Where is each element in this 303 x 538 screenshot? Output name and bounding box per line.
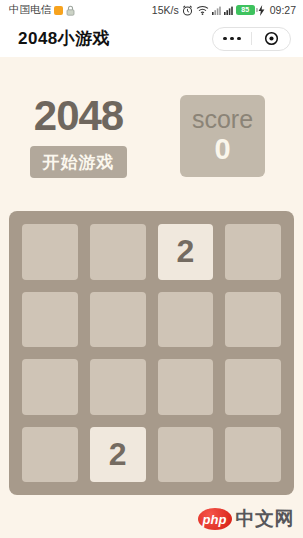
exit-target-icon bbox=[264, 31, 279, 46]
game-title: 2048 bbox=[34, 95, 123, 137]
score-box: score 0 bbox=[180, 95, 265, 177]
cell-r2c3-empty bbox=[158, 292, 214, 348]
watermark: php 中文网 bbox=[198, 506, 295, 532]
signal-sim2-icon bbox=[224, 5, 233, 15]
signal-sim1-icon bbox=[212, 5, 221, 15]
carrier-label: 中国电信 bbox=[9, 3, 51, 17]
score-label: score bbox=[192, 106, 253, 134]
cell-r2c2-empty bbox=[90, 292, 146, 348]
cell-r1c3-tile-2: 2 bbox=[158, 224, 214, 280]
nav-bar: 2048小游戏 bbox=[0, 20, 303, 57]
page-title: 2048小游戏 bbox=[18, 27, 110, 50]
more-menu-button[interactable] bbox=[213, 28, 251, 50]
board[interactable]: 22 bbox=[9, 211, 294, 495]
cell-r4c3-empty bbox=[158, 427, 214, 483]
carrier-badge-icon bbox=[54, 6, 63, 15]
miniprogram-capsule bbox=[212, 27, 291, 51]
cell-r3c2-empty bbox=[90, 359, 146, 415]
cell-r1c2-empty bbox=[90, 224, 146, 280]
score-value: 0 bbox=[214, 134, 230, 166]
wifi-icon bbox=[196, 5, 209, 15]
lock-icon bbox=[66, 5, 75, 16]
exit-button[interactable] bbox=[252, 28, 290, 50]
screen: 中国电信 15K/s bbox=[0, 0, 303, 538]
start-game-button[interactable]: 开始游戏 bbox=[30, 146, 127, 178]
status-bar: 中国电信 15K/s bbox=[0, 0, 303, 20]
charging-bolt-icon bbox=[258, 5, 265, 16]
cell-r3c4-empty bbox=[225, 359, 281, 415]
network-speed: 15K/s bbox=[152, 4, 179, 16]
cell-r4c2-tile-2: 2 bbox=[90, 427, 146, 483]
more-dots-icon bbox=[223, 37, 241, 41]
cell-r1c4-empty bbox=[225, 224, 281, 280]
battery-icon: 85 bbox=[236, 5, 255, 15]
cell-r4c1-empty bbox=[22, 427, 78, 483]
cell-r2c4-empty bbox=[225, 292, 281, 348]
cell-r3c1-empty bbox=[22, 359, 78, 415]
cell-r2c1-empty bbox=[22, 292, 78, 348]
game-header: 2048 开始游戏 score 0 bbox=[0, 57, 303, 178]
watermark-text: 中文网 bbox=[236, 506, 295, 532]
cell-r1c1-empty bbox=[22, 224, 78, 280]
cell-r4c4-empty bbox=[225, 427, 281, 483]
clock: 09:27 bbox=[270, 4, 296, 16]
alarm-icon bbox=[182, 5, 193, 16]
cell-r3c3-empty bbox=[158, 359, 214, 415]
php-logo-icon: php bbox=[198, 508, 232, 530]
